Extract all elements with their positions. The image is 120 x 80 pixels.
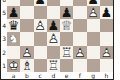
white-queen-e4: ♕ xyxy=(60,19,73,32)
white-rook-fill-d1: ♜ xyxy=(47,59,60,72)
white-pawn-g5: ♙ xyxy=(87,6,100,19)
white-king-fill-a1: ♚ xyxy=(7,59,20,72)
square-d4[interactable]: ♟ xyxy=(47,19,60,32)
square-d1[interactable]: ♜♖ xyxy=(47,59,60,72)
white-pawn-f2: ♙ xyxy=(73,46,86,59)
square-c2[interactable] xyxy=(34,46,47,59)
file-label-c: c xyxy=(34,72,47,80)
white-rook-d1: ♖ xyxy=(47,59,60,72)
square-a2[interactable] xyxy=(7,46,20,59)
file-label-b: b xyxy=(20,72,33,80)
white-bishop-b1: ♗ xyxy=(20,59,33,72)
square-b3[interactable] xyxy=(20,32,33,45)
square-e3[interactable] xyxy=(60,32,73,45)
square-b1[interactable]: ♝♗ xyxy=(20,59,33,72)
square-g2[interactable] xyxy=(87,46,100,59)
black-queen-a4: ♛ xyxy=(7,19,20,32)
square-h1[interactable] xyxy=(100,59,113,72)
square-g5[interactable]: ♟♙ xyxy=(87,6,100,19)
white-pawn-fill-f2: ♟ xyxy=(73,46,86,59)
rank-label-5: 5 xyxy=(0,6,7,19)
rank-labels: 654321 xyxy=(0,0,7,72)
white-pawn-fill-b2: ♟ xyxy=(20,46,33,59)
white-pawn-h2: ♙ xyxy=(100,46,113,59)
square-c1[interactable] xyxy=(34,59,47,72)
white-queen-fill-e4: ♛ xyxy=(60,19,73,32)
square-c4[interactable]: ♟♙ xyxy=(34,19,47,32)
rank-label-2: 2 xyxy=(0,46,7,59)
square-d5[interactable] xyxy=(47,6,60,19)
black-pawn-d4: ♟ xyxy=(47,19,60,32)
square-h3[interactable] xyxy=(100,32,113,45)
square-b2[interactable]: ♟♙ xyxy=(20,46,33,59)
white-pawn-fill-c4: ♟ xyxy=(34,19,47,32)
file-label-h: h xyxy=(100,72,113,80)
white-pawn-fill-h2: ♟ xyxy=(100,46,113,59)
square-e2[interactable]: ♜♖ xyxy=(60,46,73,59)
file-label-a: a xyxy=(7,72,20,80)
square-h2[interactable]: ♟♙ xyxy=(100,46,113,59)
chess-diagram: 654321 ♟♟♟♟♟♙♟♛♟♙♟♛♕♞♘♟♙♟♙♜♖♟♙♟♙♚♔♝♗♜♖ a… xyxy=(0,0,120,80)
black-pawn-a5: ♟ xyxy=(7,6,20,19)
square-c3[interactable] xyxy=(34,32,47,45)
square-b5[interactable] xyxy=(20,6,33,19)
square-a1[interactable]: ♚♔ xyxy=(7,59,20,72)
square-c5[interactable] xyxy=(34,6,47,19)
black-pawn-h5: ♟ xyxy=(100,6,113,19)
white-knight-a3: ♘ xyxy=(7,32,20,45)
board: ♟♟♟♟♟♙♟♛♟♙♟♛♕♞♘♟♙♟♙♜♖♟♙♟♙♚♔♝♗♜♖ xyxy=(7,0,113,72)
square-a5[interactable]: ♟ xyxy=(7,6,20,19)
square-f3[interactable] xyxy=(73,32,86,45)
board-border-right xyxy=(113,0,114,80)
square-f1[interactable] xyxy=(73,59,86,72)
square-d3[interactable]: ♟♙ xyxy=(47,32,60,45)
square-f4[interactable] xyxy=(73,19,86,32)
file-label-g: g xyxy=(87,72,100,80)
square-b4[interactable] xyxy=(20,19,33,32)
file-label-f: f xyxy=(73,72,86,80)
white-rook-e2: ♖ xyxy=(60,46,73,59)
white-pawn-fill-d3: ♟ xyxy=(47,32,60,45)
white-pawn-d3: ♙ xyxy=(47,32,60,45)
file-label-e: e xyxy=(60,72,73,80)
white-bishop-fill-b1: ♝ xyxy=(20,59,33,72)
file-label-d: d xyxy=(47,72,60,80)
square-e4[interactable]: ♛♕ xyxy=(60,19,73,32)
rank-label-4: 4 xyxy=(0,19,7,32)
square-f2[interactable]: ♟♙ xyxy=(73,46,86,59)
white-knight-fill-a3: ♞ xyxy=(7,32,20,45)
white-pawn-b2: ♙ xyxy=(20,46,33,59)
square-e1[interactable] xyxy=(60,59,73,72)
rank-label-3: 3 xyxy=(0,32,7,45)
square-a3[interactable]: ♞♘ xyxy=(7,32,20,45)
square-g4[interactable] xyxy=(87,19,100,32)
square-g3[interactable] xyxy=(87,32,100,45)
square-e5[interactable]: ♟ xyxy=(60,6,73,19)
white-king-a1: ♔ xyxy=(7,59,20,72)
square-h5[interactable]: ♟ xyxy=(100,6,113,19)
square-h4[interactable] xyxy=(100,19,113,32)
white-pawn-c4: ♙ xyxy=(34,19,47,32)
white-pawn-fill-g5: ♟ xyxy=(87,6,100,19)
file-labels: abcdefgh xyxy=(7,72,113,80)
black-pawn-e5: ♟ xyxy=(60,6,73,19)
rank-label-1: 1 xyxy=(0,59,7,72)
square-g1[interactable] xyxy=(87,59,100,72)
square-f5[interactable] xyxy=(73,6,86,19)
square-a4[interactable]: ♛ xyxy=(7,19,20,32)
white-rook-fill-e2: ♜ xyxy=(60,46,73,59)
square-d2[interactable] xyxy=(47,46,60,59)
